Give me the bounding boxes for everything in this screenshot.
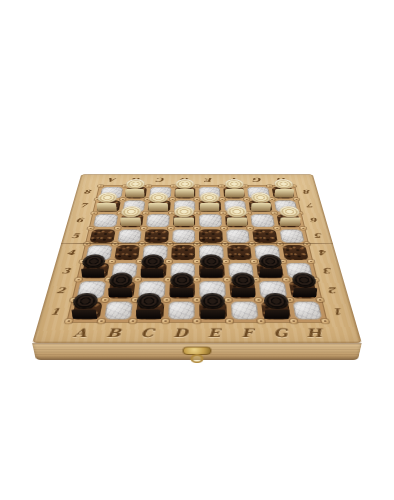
checker-piece-dark-h2[interactable] — [290, 282, 316, 297]
checker-piece-dark-c1[interactable] — [137, 302, 162, 318]
square-e5[interactable] — [199, 229, 222, 243]
square-f1[interactable] — [230, 301, 258, 319]
square-g5[interactable] — [252, 229, 277, 243]
checker-piece-light-a7[interactable] — [98, 201, 119, 212]
file-label-near-1: B — [95, 323, 131, 343]
checker-piece-light-d6[interactable] — [174, 215, 194, 226]
rank-label-right-4: 4 — [309, 244, 338, 261]
piece-top — [170, 273, 194, 288]
checker-piece-dark-e3[interactable] — [200, 263, 223, 277]
rank-label-right-5: 3 — [313, 261, 343, 280]
file-label-far-2: C — [148, 174, 173, 185]
piece-top — [108, 273, 134, 288]
piece-side — [170, 288, 194, 297]
square-a6[interactable] — [93, 214, 118, 227]
lattice-stud — [194, 278, 200, 282]
square-g6[interactable] — [250, 214, 274, 227]
square-g7[interactable] — [249, 200, 272, 212]
square-c3[interactable] — [140, 262, 166, 278]
square-f8[interactable] — [223, 187, 245, 198]
square-f2[interactable] — [229, 281, 256, 298]
square-h4[interactable] — [282, 245, 309, 260]
file-labels-far: ABCDEFGH — [99, 174, 295, 185]
checker-piece-dark-g3[interactable] — [258, 263, 282, 277]
piece-side — [279, 217, 300, 226]
board-front-edge — [32, 343, 362, 360]
piece-side — [175, 189, 194, 197]
lattice-stud — [194, 259, 200, 263]
checker-piece-dark-g1[interactable] — [262, 302, 288, 318]
square-g1[interactable] — [261, 301, 291, 319]
rank-label-right-3: 5 — [305, 228, 333, 244]
lattice-stud — [165, 259, 171, 263]
piece-side — [72, 309, 98, 318]
piece-side — [225, 189, 244, 197]
lattice-stud — [307, 259, 314, 263]
file-label-far-7: H — [268, 174, 294, 185]
lattice-stud — [247, 226, 253, 229]
piece-side — [141, 268, 164, 277]
checker-piece-light-h6[interactable] — [277, 215, 299, 226]
play-area — [66, 185, 328, 323]
rank-label-right-0: 8 — [295, 185, 320, 198]
piece-side — [292, 288, 317, 297]
file-label-near-3: D — [163, 323, 197, 343]
rank-label-right-2: 6 — [301, 213, 328, 228]
perspective-scene: ABCDEFGH ABCDEFGH 87654321 87654321 — [0, 0, 394, 500]
piece-top — [200, 254, 223, 268]
square-f6[interactable] — [225, 214, 248, 227]
piece-side — [108, 288, 132, 297]
file-label-far-1: B — [124, 174, 150, 185]
piece-side — [227, 217, 248, 226]
board-grid — [66, 185, 328, 323]
square-b5[interactable] — [117, 229, 142, 243]
lattice-stud — [167, 226, 173, 229]
square-d1[interactable] — [167, 301, 194, 319]
square-c6[interactable] — [146, 214, 169, 227]
square-d2[interactable] — [169, 281, 195, 298]
piece-side — [148, 203, 168, 212]
square-b6[interactable] — [119, 214, 143, 227]
piece-side — [97, 203, 118, 212]
piece-side — [200, 203, 220, 212]
piece-top — [291, 273, 318, 288]
checker-piece-dark-a3[interactable] — [83, 263, 108, 277]
square-d4[interactable] — [171, 245, 195, 260]
lattice-stud — [221, 226, 227, 229]
piece-side — [265, 309, 290, 318]
square-a7[interactable] — [96, 200, 120, 212]
checker-piece-light-c7[interactable] — [149, 201, 169, 212]
lattice-stud — [282, 278, 289, 282]
square-e3[interactable] — [199, 262, 224, 278]
square-c5[interactable] — [144, 229, 168, 243]
piece-side — [136, 309, 161, 318]
piece-top — [250, 192, 271, 203]
square-h8[interactable] — [271, 187, 294, 198]
piece-top — [200, 192, 220, 203]
lattice-stud — [271, 212, 277, 215]
checker-piece-dark-d2[interactable] — [170, 282, 193, 297]
piece-top — [226, 206, 247, 217]
file-label-far-4: E — [197, 174, 221, 185]
square-h2[interactable] — [288, 281, 317, 298]
piece-side — [120, 217, 141, 226]
square-d6[interactable] — [172, 214, 195, 227]
checker-piece-light-d8[interactable] — [175, 188, 194, 198]
piece-side — [81, 268, 105, 277]
lattice-stud — [220, 212, 226, 215]
piece-side — [125, 189, 145, 197]
lattice-stud — [141, 226, 147, 229]
file-label-near-5: F — [230, 323, 265, 343]
checker-piece-dark-e1[interactable] — [201, 302, 225, 318]
checker-piece-light-f6[interactable] — [226, 215, 247, 226]
file-labels-near: ABCDEFGH — [61, 323, 333, 343]
lattice-stud — [108, 259, 115, 263]
square-f5[interactable] — [226, 229, 250, 243]
lattice-stud — [222, 259, 228, 263]
piece-top — [136, 293, 162, 309]
square-b2[interactable] — [107, 281, 135, 298]
lattice-stud — [251, 259, 258, 263]
file-label-near-4: E — [197, 323, 231, 343]
square-e6[interactable] — [199, 214, 222, 227]
square-b1[interactable] — [103, 301, 133, 319]
square-a5[interactable] — [89, 229, 115, 243]
piece-side — [200, 268, 223, 277]
file-label-far-6: G — [245, 174, 271, 185]
square-b8[interactable] — [124, 187, 147, 198]
checker-piece-dark-a1[interactable] — [73, 302, 100, 318]
square-b4[interactable] — [114, 245, 140, 260]
square-c7[interactable] — [148, 200, 171, 212]
piece-side — [259, 268, 282, 277]
board-top-face: ABCDEFGH ABCDEFGH 87654321 87654321 — [32, 174, 362, 343]
piece-top — [258, 254, 283, 268]
piece-top — [81, 254, 106, 268]
square-d8[interactable] — [174, 187, 195, 198]
lattice-stud — [223, 278, 230, 282]
file-label-far-5: F — [221, 174, 246, 185]
square-h1[interactable] — [292, 301, 323, 319]
piece-top — [97, 192, 119, 203]
lattice-stud — [114, 226, 120, 229]
file-label-near-2: C — [129, 323, 164, 343]
piece-top — [278, 206, 301, 217]
piece-top — [72, 293, 100, 309]
file-label-near-6: G — [262, 323, 298, 343]
piece-top — [148, 192, 168, 203]
square-e7[interactable] — [199, 200, 221, 212]
checker-piece-dark-f2[interactable] — [230, 282, 254, 297]
checker-piece-light-f8[interactable] — [224, 188, 244, 198]
piece-top — [201, 293, 226, 309]
product-photo: ABCDEFGH ABCDEFGH 87654321 87654321 — [0, 0, 394, 500]
checkers-board: ABCDEFGH ABCDEFGH 87654321 87654321 — [32, 174, 362, 343]
square-a3[interactable] — [81, 262, 109, 278]
brass-clasp-icon[interactable] — [183, 347, 212, 355]
piece-top — [141, 254, 165, 268]
checker-piece-dark-c3[interactable] — [142, 263, 165, 277]
piece-top — [231, 273, 256, 288]
square-h5[interactable] — [279, 229, 305, 243]
square-a1[interactable] — [72, 301, 103, 319]
piece-side — [201, 309, 226, 318]
checker-piece-light-h8[interactable] — [272, 188, 293, 198]
square-f4[interactable] — [227, 245, 252, 260]
checker-piece-dark-b2[interactable] — [109, 282, 134, 297]
rank-label-right-1: 7 — [298, 198, 324, 212]
square-g3[interactable] — [256, 262, 283, 278]
lattice-stud — [194, 226, 200, 229]
square-e1[interactable] — [199, 301, 226, 319]
file-label-far-0: A — [99, 174, 125, 185]
lattice-stud — [194, 212, 200, 215]
piece-top — [120, 206, 142, 217]
checker-piece-light-b8[interactable] — [126, 188, 146, 198]
piece-top — [173, 206, 193, 217]
file-label-far-3: D — [173, 174, 197, 185]
square-h6[interactable] — [276, 214, 301, 227]
square-c1[interactable] — [135, 301, 163, 319]
file-label-near-0: A — [61, 323, 99, 343]
piece-side — [231, 288, 255, 297]
square-d5[interactable] — [172, 229, 195, 243]
checker-piece-light-b6[interactable] — [121, 215, 143, 226]
checker-piece-light-g7[interactable] — [250, 201, 271, 212]
piece-side — [251, 203, 271, 212]
piece-side — [173, 217, 193, 226]
lattice-stud — [273, 226, 279, 229]
file-label-near-7: H — [295, 323, 333, 343]
checker-piece-light-e7[interactable] — [200, 201, 220, 212]
piece-side — [274, 189, 294, 197]
